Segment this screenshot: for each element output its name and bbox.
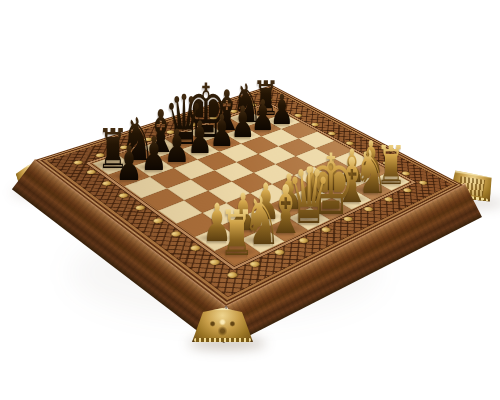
chessboard-product-photo: ♜♞♝♛♚♝♞♜♟♟♟♟♟♟♟♟♟♟♟♟♟♟♟♟♜♞♝♛♚♝♞♜	[0, 0, 500, 400]
chess-board	[35, 85, 463, 306]
